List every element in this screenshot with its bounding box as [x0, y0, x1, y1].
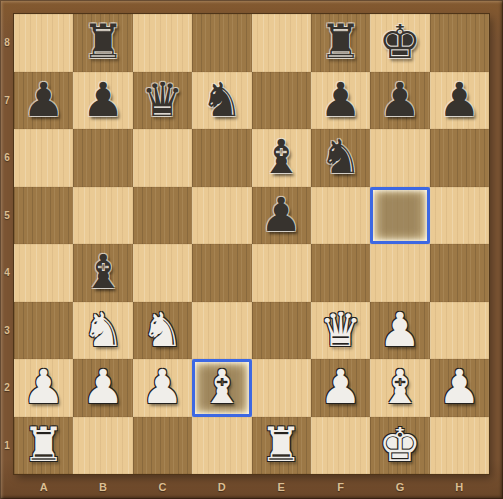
- piece-black-pawn[interactable]: ♟: [319, 76, 361, 123]
- square-d4[interactable]: [192, 244, 251, 302]
- piece-white-queen[interactable]: ♛: [319, 306, 361, 353]
- rank-label-4: 4: [0, 244, 14, 302]
- piece-black-queen[interactable]: ♛: [141, 76, 183, 123]
- square-b4[interactable]: ♝: [73, 244, 132, 302]
- rank-label-6: 6: [0, 129, 14, 187]
- square-c4[interactable]: [133, 244, 192, 302]
- square-d7[interactable]: ♞: [192, 72, 251, 130]
- file-label-b: B: [73, 474, 132, 499]
- piece-black-knight[interactable]: ♞: [319, 133, 361, 180]
- square-g1[interactable]: ♚: [370, 417, 429, 475]
- piece-white-pawn[interactable]: ♟: [141, 363, 183, 410]
- piece-white-pawn[interactable]: ♟: [82, 363, 124, 410]
- square-f7[interactable]: ♟: [311, 72, 370, 130]
- rank-label-3: 3: [0, 302, 14, 360]
- square-c6[interactable]: [133, 129, 192, 187]
- square-b2[interactable]: ♟: [73, 359, 132, 417]
- square-c5[interactable]: [133, 187, 192, 245]
- square-a5[interactable]: [14, 187, 73, 245]
- square-h1[interactable]: [430, 417, 489, 475]
- square-d8[interactable]: [192, 14, 251, 72]
- rank-labels: 87654321: [0, 14, 14, 474]
- square-f3[interactable]: ♛: [311, 302, 370, 360]
- square-e2[interactable]: [252, 359, 311, 417]
- square-h7[interactable]: ♟: [430, 72, 489, 130]
- square-a3[interactable]: [14, 302, 73, 360]
- square-d2[interactable]: ♝: [192, 359, 251, 417]
- square-c8[interactable]: [133, 14, 192, 72]
- piece-black-pawn[interactable]: ♟: [23, 76, 65, 123]
- square-b7[interactable]: ♟: [73, 72, 132, 130]
- square-h4[interactable]: [430, 244, 489, 302]
- square-a1[interactable]: ♜: [14, 417, 73, 475]
- square-g7[interactable]: ♟: [370, 72, 429, 130]
- file-label-d: D: [192, 474, 251, 499]
- rank-label-2: 2: [0, 359, 14, 417]
- rank-label-5: 5: [0, 187, 14, 245]
- square-f1[interactable]: [311, 417, 370, 475]
- square-c3[interactable]: ♞: [133, 302, 192, 360]
- square-f8[interactable]: ♜: [311, 14, 370, 72]
- piece-black-pawn[interactable]: ♟: [260, 191, 302, 238]
- last-move-ghost: [376, 191, 425, 239]
- square-d6[interactable]: [192, 129, 251, 187]
- piece-white-bishop[interactable]: ♝: [379, 363, 421, 410]
- piece-black-bishop[interactable]: ♝: [260, 133, 302, 180]
- piece-white-king[interactable]: ♚: [379, 421, 421, 468]
- square-g3[interactable]: ♟: [370, 302, 429, 360]
- square-a8[interactable]: [14, 14, 73, 72]
- file-label-g: G: [370, 474, 429, 499]
- chess-app-board-frame: 87654321 ♜♜♚♟♟♛♞♟♟♟♝♞♟♝♞♞♛♟♟♟♟♝♟♝♟♜♜♚ AB…: [0, 0, 503, 499]
- square-e6[interactable]: ♝: [252, 129, 311, 187]
- piece-black-pawn[interactable]: ♟: [379, 76, 421, 123]
- file-label-e: E: [252, 474, 311, 499]
- piece-black-knight[interactable]: ♞: [201, 76, 243, 123]
- square-e1[interactable]: ♜: [252, 417, 311, 475]
- square-a4[interactable]: [14, 244, 73, 302]
- piece-white-pawn[interactable]: ♟: [379, 306, 421, 353]
- square-g8[interactable]: ♚: [370, 14, 429, 72]
- piece-white-pawn[interactable]: ♟: [23, 363, 65, 410]
- file-labels: ABCDEFGH: [14, 474, 489, 499]
- piece-white-bishop[interactable]: ♝: [201, 363, 243, 410]
- square-h2[interactable]: ♟: [430, 359, 489, 417]
- rank-label-8: 8: [0, 14, 14, 72]
- square-d1[interactable]: [192, 417, 251, 475]
- file-label-c: C: [133, 474, 192, 499]
- square-g5[interactable]: [370, 187, 429, 245]
- square-b3[interactable]: ♞: [73, 302, 132, 360]
- rank-label-7: 7: [0, 72, 14, 130]
- piece-black-pawn[interactable]: ♟: [82, 76, 124, 123]
- square-g2[interactable]: ♝: [370, 359, 429, 417]
- piece-black-pawn[interactable]: ♟: [438, 76, 480, 123]
- square-f5[interactable]: [311, 187, 370, 245]
- square-h5[interactable]: [430, 187, 489, 245]
- square-f2[interactable]: ♟: [311, 359, 370, 417]
- piece-white-pawn[interactable]: ♟: [319, 363, 361, 410]
- square-e5[interactable]: ♟: [252, 187, 311, 245]
- piece-white-rook[interactable]: ♜: [23, 421, 65, 468]
- file-label-a: A: [14, 474, 73, 499]
- square-c2[interactable]: ♟: [133, 359, 192, 417]
- chess-board: ♜♜♚♟♟♛♞♟♟♟♝♞♟♝♞♞♛♟♟♟♟♝♟♝♟♜♜♚: [14, 14, 489, 474]
- rank-label-1: 1: [0, 417, 14, 475]
- square-b6[interactable]: [73, 129, 132, 187]
- piece-white-rook[interactable]: ♜: [260, 421, 302, 468]
- square-e8[interactable]: [252, 14, 311, 72]
- square-b8[interactable]: ♜: [73, 14, 132, 72]
- piece-white-knight[interactable]: ♞: [141, 306, 183, 353]
- file-label-h: H: [430, 474, 489, 499]
- piece-black-bishop[interactable]: ♝: [82, 248, 124, 295]
- file-label-f: F: [311, 474, 370, 499]
- square-f6[interactable]: ♞: [311, 129, 370, 187]
- square-h8[interactable]: [430, 14, 489, 72]
- square-a7[interactable]: ♟: [14, 72, 73, 130]
- square-e7[interactable]: [252, 72, 311, 130]
- square-b5[interactable]: [73, 187, 132, 245]
- square-a2[interactable]: ♟: [14, 359, 73, 417]
- square-c1[interactable]: [133, 417, 192, 475]
- square-a6[interactable]: [14, 129, 73, 187]
- square-g4[interactable]: [370, 244, 429, 302]
- square-d5[interactable]: [192, 187, 251, 245]
- piece-black-rook[interactable]: ♜: [82, 18, 124, 65]
- piece-white-knight[interactable]: ♞: [82, 306, 124, 353]
- square-h6[interactable]: [430, 129, 489, 187]
- piece-white-pawn[interactable]: ♟: [438, 363, 480, 410]
- square-f4[interactable]: [311, 244, 370, 302]
- piece-black-king[interactable]: ♚: [379, 18, 421, 65]
- square-d3[interactable]: [192, 302, 251, 360]
- square-g6[interactable]: [370, 129, 429, 187]
- square-e4[interactable]: [252, 244, 311, 302]
- piece-black-rook[interactable]: ♜: [319, 18, 361, 65]
- square-c7[interactable]: ♛: [133, 72, 192, 130]
- square-h3[interactable]: [430, 302, 489, 360]
- square-e3[interactable]: [252, 302, 311, 360]
- square-b1[interactable]: [73, 417, 132, 475]
